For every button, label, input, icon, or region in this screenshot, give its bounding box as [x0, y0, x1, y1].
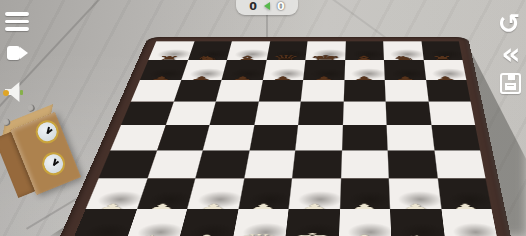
square-e5[interactable] — [298, 102, 343, 125]
white-queen[interactable]: ♛ — [238, 233, 279, 236]
square-b5[interactable] — [165, 102, 216, 125]
square-e4[interactable] — [295, 125, 342, 151]
white-rook[interactable]: ♜ — [82, 235, 117, 236]
square-d5[interactable] — [254, 102, 301, 125]
square-d4[interactable] — [249, 125, 298, 151]
square-b2[interactable]: ♟ — [136, 178, 195, 209]
square-f5[interactable] — [342, 102, 386, 125]
square-c3[interactable] — [195, 150, 249, 178]
double-chevron-left-icon: « — [501, 36, 518, 71]
square-e2[interactable]: ♟ — [289, 178, 341, 209]
square-c6[interactable] — [216, 80, 263, 102]
square-g7[interactable]: ♟ — [384, 60, 426, 80]
square-h6[interactable] — [426, 80, 471, 102]
square-g1[interactable]: ♞ — [390, 209, 445, 236]
square-h2[interactable]: ♟ — [437, 178, 491, 209]
save-button[interactable] — [500, 73, 521, 94]
square-g3[interactable] — [388, 150, 438, 178]
hamburger-icon — [5, 27, 29, 31]
square-g4[interactable] — [387, 125, 434, 151]
square-g2[interactable]: ♟ — [389, 178, 441, 209]
square-e7[interactable]: ♟ — [303, 60, 345, 80]
square-e8[interactable]: ♚ — [305, 41, 345, 60]
square-g5[interactable] — [386, 102, 431, 125]
restart-icon: ↺ — [498, 8, 521, 39]
square-b4[interactable] — [157, 125, 210, 151]
square-g8[interactable]: ♞ — [383, 41, 423, 60]
square-f1[interactable]: ♝ — [338, 209, 391, 236]
square-b3[interactable] — [147, 150, 203, 178]
black-score: 0 — [249, 1, 257, 13]
square-d1[interactable]: ♛ — [231, 209, 288, 236]
undo-button[interactable]: « — [496, 40, 524, 68]
square-b1[interactable]: ♞ — [125, 209, 187, 236]
hamburger-icon — [5, 12, 29, 16]
square-d8[interactable]: ♛ — [266, 41, 307, 60]
turn-indicator-arrow-icon — [264, 2, 270, 10]
square-h5[interactable] — [428, 102, 475, 125]
white-bishop[interactable]: ♝ — [347, 234, 383, 236]
clock-dial — [39, 149, 69, 179]
square-e3[interactable] — [292, 150, 341, 178]
square-c5[interactable] — [210, 102, 259, 125]
square-d7[interactable]: ♟ — [262, 60, 305, 80]
speaker-dot-icon — [3, 90, 9, 96]
square-f2[interactable]: ♟ — [339, 178, 390, 209]
save-floppy-icon — [507, 86, 514, 88]
square-d6[interactable] — [258, 80, 303, 102]
white-knight[interactable]: ♞ — [134, 234, 171, 236]
sound-button[interactable] — [3, 81, 24, 103]
chessboard-frame: ♜♞♝♛♚♝♞♜♟♟♟♟♟♟♟♟♟♟♟♟♟♟♟♟♜♞♝♛♚♝♞♜ — [53, 37, 514, 236]
square-a8[interactable]: ♜ — [148, 41, 194, 60]
camera-view-button[interactable] — [7, 45, 29, 62]
score-panel: 0 0 — [236, 0, 298, 15]
square-d3[interactable] — [244, 150, 296, 178]
square-h4[interactable] — [431, 125, 480, 151]
square-h1[interactable]: ♜ — [441, 209, 498, 236]
restart-button[interactable]: ↺ — [495, 10, 523, 38]
chess-clock — [2, 106, 94, 200]
square-h7[interactable]: ♟ — [423, 60, 466, 80]
square-f7[interactable]: ♟ — [344, 60, 385, 80]
square-g6[interactable] — [385, 80, 428, 102]
video-camera-lens-icon — [20, 47, 28, 59]
square-f8[interactable]: ♝ — [345, 41, 384, 60]
white-rook[interactable]: ♜ — [454, 235, 487, 236]
square-b7[interactable]: ♟ — [181, 60, 227, 80]
board-squares[interactable]: ♜♞♝♛♚♝♞♜♟♟♟♟♟♟♟♟♟♟♟♟♟♟♟♟♜♞♝♛♚♝♞♜ — [72, 41, 499, 236]
square-f4[interactable] — [341, 125, 387, 151]
white-bishop[interactable]: ♝ — [187, 234, 225, 236]
chessboard-scene: ♜♞♝♛♚♝♞♜♟♟♟♟♟♟♟♟♟♟♟♟♟♟♟♟♜♞♝♛♚♝♞♜ — [88, 37, 526, 236]
square-a1[interactable]: ♜ — [72, 209, 137, 236]
square-c1[interactable]: ♝ — [178, 209, 238, 236]
square-b8[interactable]: ♞ — [188, 41, 232, 60]
hamburger-icon — [5, 20, 29, 24]
speaker-wave-icon — [20, 90, 23, 95]
square-c7[interactable]: ♟ — [222, 60, 267, 80]
square-c4[interactable] — [203, 125, 254, 151]
square-f3[interactable] — [340, 150, 388, 178]
square-e1[interactable]: ♚ — [285, 209, 340, 236]
square-f6[interactable] — [343, 80, 385, 102]
square-d2[interactable]: ♟ — [238, 178, 292, 209]
square-h8[interactable]: ♜ — [421, 41, 462, 60]
square-e6[interactable] — [301, 80, 344, 102]
clock-dial — [32, 117, 62, 147]
square-c2[interactable]: ♟ — [187, 178, 244, 209]
menu-button[interactable] — [5, 12, 29, 31]
square-h3[interactable] — [434, 150, 486, 178]
white-king[interactable]: ♚ — [290, 231, 334, 236]
white-knight[interactable]: ♞ — [400, 234, 435, 236]
white-score: 0 — [277, 1, 285, 13]
video-camera-icon — [7, 46, 20, 60]
save-floppy-icon — [508, 74, 515, 80]
square-b6[interactable] — [173, 80, 221, 102]
square-c8[interactable]: ♝ — [227, 41, 270, 60]
